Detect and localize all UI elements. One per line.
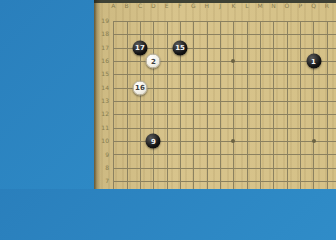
- row-label: 13: [96, 97, 109, 105]
- stone-black-Q16: 1: [306, 54, 321, 69]
- column-label: H: [200, 2, 214, 10]
- column-label: G: [186, 2, 200, 10]
- row-label: 7: [96, 177, 109, 185]
- stone-white-D16: 2: [146, 54, 161, 69]
- row-label: 16: [96, 57, 109, 65]
- column-label: B: [120, 2, 134, 10]
- column-label: C: [133, 2, 147, 10]
- stones-layer: 129151617: [113, 21, 336, 189]
- move-number: 16: [135, 84, 145, 92]
- row-label: 9: [96, 151, 109, 159]
- column-label: M: [253, 2, 267, 10]
- move-number: 15: [175, 44, 185, 52]
- go-board[interactable]: ABCDEFGHJKLMNOPQRST 19181716151413121110…: [94, 0, 336, 189]
- column-label: Q: [307, 2, 321, 10]
- row-label: 11: [96, 124, 109, 132]
- desktop-background: { "game": "go", "board": { "size": 19, "…: [0, 0, 336, 189]
- row-label: 19: [96, 17, 109, 25]
- column-label: P: [293, 2, 307, 10]
- row-label: 17: [96, 44, 109, 52]
- column-label: F: [173, 2, 187, 10]
- row-label: 14: [96, 84, 109, 92]
- stone-black-F17: 15: [173, 40, 188, 55]
- column-label: R: [320, 2, 334, 10]
- row-label: 15: [96, 70, 109, 78]
- stone-white-C14: 16: [132, 80, 147, 95]
- column-label: E: [160, 2, 174, 10]
- move-number: 2: [151, 57, 156, 65]
- column-label: K: [226, 2, 240, 10]
- row-label: 8: [96, 164, 109, 172]
- stone-black-D10: 9: [146, 134, 161, 149]
- column-label: L: [240, 2, 254, 10]
- column-label: O: [280, 2, 294, 10]
- move-number: 9: [151, 137, 156, 145]
- row-label: 10: [96, 137, 109, 145]
- row-label: 12: [96, 110, 109, 118]
- column-label: A: [106, 2, 120, 10]
- column-label: J: [213, 2, 227, 10]
- column-label: N: [267, 2, 281, 10]
- move-number: 17: [135, 44, 145, 52]
- stone-black-C17: 17: [132, 40, 147, 55]
- move-number: 1: [311, 57, 316, 65]
- column-label: D: [146, 2, 160, 10]
- row-label: 18: [96, 30, 109, 38]
